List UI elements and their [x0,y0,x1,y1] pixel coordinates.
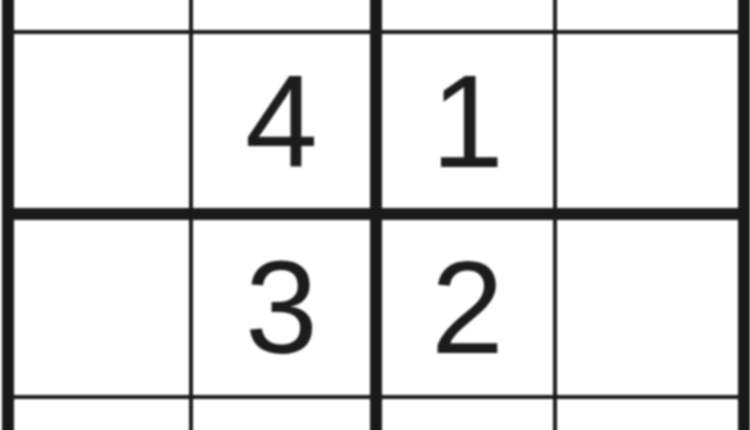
cell-r4c2[interactable] [193,399,370,430]
cell-r3c3[interactable]: 2 [382,220,553,395]
cell-r2c1[interactable] [14,34,189,208]
sudoku-grid: 4 1 3 2 [2,0,750,430]
cell-r2c3[interactable]: 1 [382,34,553,208]
cell-r1c4[interactable] [557,0,738,30]
cell-r3c1[interactable] [14,220,189,395]
cell-r1c3[interactable] [382,0,553,30]
cell-r3c4[interactable] [557,220,738,395]
cell-r1c1[interactable] [14,0,189,30]
sudoku-board-crop: 4 1 3 2 [0,0,750,430]
cell-r4c3[interactable] [382,399,553,430]
cell-r2c4[interactable] [557,34,738,208]
cell-r4c4[interactable] [557,399,738,430]
cell-r3c2[interactable]: 3 [193,220,370,395]
cell-r2c2[interactable]: 4 [193,34,370,208]
cell-r1c2[interactable] [193,0,370,30]
cell-r4c1[interactable] [14,399,189,430]
